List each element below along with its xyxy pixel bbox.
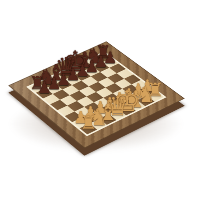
square-a5[interactable] <box>50 100 67 110</box>
square-c5[interactable] <box>70 91 87 101</box>
black-pawn-a7[interactable]: ♟ <box>37 81 51 97</box>
square-a4[interactable] <box>57 106 74 117</box>
white-rook-a1[interactable]: ♜ <box>80 114 97 133</box>
chess-set-photo: ♜♞♝♛♚♝♞♜♟♟♟♟♟♟♟♟♟♟♟♟♟♟♟♟♜♞♝♛♚♝♞♜ <box>0 0 200 200</box>
square-b5[interactable] <box>60 95 77 105</box>
